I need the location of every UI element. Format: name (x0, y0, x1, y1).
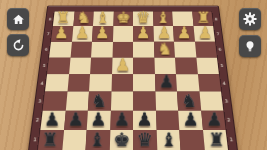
white-pawn-piece[interactable]: ♟ (133, 23, 153, 42)
hint-button[interactable] (239, 35, 261, 57)
white-king-piece[interactable]: ♚ (113, 8, 133, 27)
black-bishop-piece[interactable]: ♝ (86, 128, 110, 150)
square-b7[interactable]: ♟ (72, 26, 93, 41)
black-pawn-piece[interactable]: ♟ (41, 108, 64, 129)
square-e6[interactable] (133, 41, 154, 57)
square-h7[interactable]: ♟ (193, 26, 215, 41)
white-pawn-piece[interactable]: ♟ (51, 23, 71, 42)
square-f6[interactable]: ♞ (153, 41, 174, 57)
black-rook-piece[interactable]: ♜ (38, 128, 62, 150)
black-bishop-piece[interactable]: ♝ (157, 128, 181, 150)
square-b3[interactable] (65, 92, 89, 110)
black-knight-piece[interactable]: ♞ (178, 90, 201, 111)
black-king-piece[interactable]: ♚ (109, 128, 133, 150)
square-e7[interactable]: ♟ (133, 26, 153, 41)
black-knight-piece[interactable]: ♞ (88, 90, 111, 111)
square-a6[interactable] (49, 41, 71, 57)
restart-button[interactable] (7, 34, 29, 56)
square-g5[interactable] (175, 57, 197, 74)
gear-icon (243, 12, 257, 26)
black-pawn-piece[interactable]: ♟ (87, 108, 110, 129)
square-h5[interactable] (196, 57, 219, 74)
square-b1[interactable] (62, 130, 87, 150)
board-grid[interactable]: ♜♞♝♚♛♝♜♟♟♟♟♟♟♟♞♟♟♞♞♟♟♟♟♟♟♟♜♝♚♛♝♜ (38, 12, 228, 150)
black-pawn-piece[interactable]: ♟ (179, 108, 202, 129)
square-a3[interactable] (43, 92, 67, 110)
square-f3[interactable] (155, 92, 178, 110)
black-pawn-piece[interactable]: ♟ (110, 108, 133, 129)
square-h4[interactable] (197, 74, 221, 92)
square-c1[interactable]: ♝ (85, 130, 109, 150)
square-f1[interactable]: ♝ (156, 130, 180, 150)
board-frame: ♜♞♝♚♛♝♜♟♟♟♟♟♟♟♞♟♟♞♞♟♟♟♟♟♟♟♜♝♚♛♝♜ ABCDEFG… (27, 6, 240, 150)
square-f4[interactable]: ♟ (154, 74, 177, 92)
black-pawn-piece[interactable]: ♟ (155, 72, 177, 92)
square-h2[interactable]: ♟ (201, 110, 226, 129)
white-pawn-piece[interactable]: ♟ (72, 23, 92, 42)
black-pawn-piece[interactable]: ♟ (133, 108, 156, 129)
white-pawn-piece[interactable]: ♟ (174, 23, 194, 42)
black-pawn-piece[interactable]: ♟ (202, 108, 225, 129)
square-h6[interactable] (194, 41, 216, 57)
square-b2[interactable]: ♟ (64, 110, 88, 129)
square-d1[interactable]: ♚ (109, 130, 133, 150)
black-rook-piece[interactable]: ♜ (204, 128, 228, 150)
rank-label-3: 3 (34, 92, 45, 110)
square-a2[interactable]: ♟ (40, 110, 65, 129)
square-d3[interactable] (110, 92, 133, 110)
white-knight-piece[interactable]: ♞ (154, 38, 175, 57)
black-queen-piece[interactable]: ♛ (133, 128, 157, 150)
square-g6[interactable] (174, 41, 196, 57)
square-e4[interactable] (133, 74, 155, 92)
home-icon (12, 13, 25, 26)
square-d7[interactable] (113, 26, 133, 41)
settings-button[interactable] (239, 8, 261, 30)
square-a4[interactable] (45, 74, 69, 92)
square-a5[interactable] (47, 57, 70, 74)
square-g3[interactable]: ♞ (177, 92, 201, 110)
square-e1[interactable]: ♛ (133, 130, 157, 150)
square-c3[interactable]: ♞ (88, 92, 111, 110)
square-d4[interactable] (111, 74, 133, 92)
square-h1[interactable]: ♜ (202, 130, 228, 150)
lightbulb-icon (244, 40, 256, 53)
square-g2[interactable]: ♟ (178, 110, 202, 129)
white-pawn-piece[interactable]: ♟ (112, 55, 133, 75)
square-f2[interactable] (156, 110, 180, 129)
square-e2[interactable]: ♟ (133, 110, 156, 129)
square-d2[interactable]: ♟ (110, 110, 133, 129)
square-a7[interactable]: ♟ (51, 26, 73, 41)
square-g1[interactable] (179, 130, 204, 150)
square-d8[interactable]: ♚ (113, 12, 133, 27)
square-c2[interactable]: ♟ (87, 110, 111, 129)
home-button[interactable] (7, 8, 29, 30)
square-c5[interactable] (90, 57, 112, 74)
square-b6[interactable] (70, 41, 92, 57)
rank-label-4: 4 (219, 74, 229, 92)
white-pawn-piece[interactable]: ♟ (194, 23, 214, 42)
black-pawn-piece[interactable]: ♟ (64, 108, 87, 129)
square-d5[interactable]: ♟ (112, 57, 133, 74)
square-e5[interactable] (133, 57, 154, 74)
square-c6[interactable] (91, 41, 112, 57)
white-pawn-piece[interactable]: ♟ (92, 23, 112, 42)
rank-label-6: 6 (215, 41, 225, 57)
square-c7[interactable]: ♟ (92, 26, 113, 41)
square-b5[interactable] (69, 57, 91, 74)
game-screen: ♜♞♝♚♛♝♜♟♟♟♟♟♟♟♞♟♟♞♞♟♟♟♟♟♟♟♜♝♚♛♝♜ ABCDEFG… (0, 0, 267, 150)
rank-label-3: 3 (221, 92, 232, 110)
square-h3[interactable] (199, 92, 223, 110)
chess-board[interactable]: ♜♞♝♚♛♝♜♟♟♟♟♟♟♟♞♟♟♞♞♟♟♟♟♟♟♟♜♝♚♛♝♜ ABCDEFG… (27, 6, 240, 150)
square-a1[interactable]: ♜ (38, 130, 64, 150)
restart-icon (12, 39, 25, 52)
square-e3[interactable] (133, 92, 156, 110)
square-g7[interactable]: ♟ (173, 26, 194, 41)
square-b4[interactable] (67, 74, 90, 92)
